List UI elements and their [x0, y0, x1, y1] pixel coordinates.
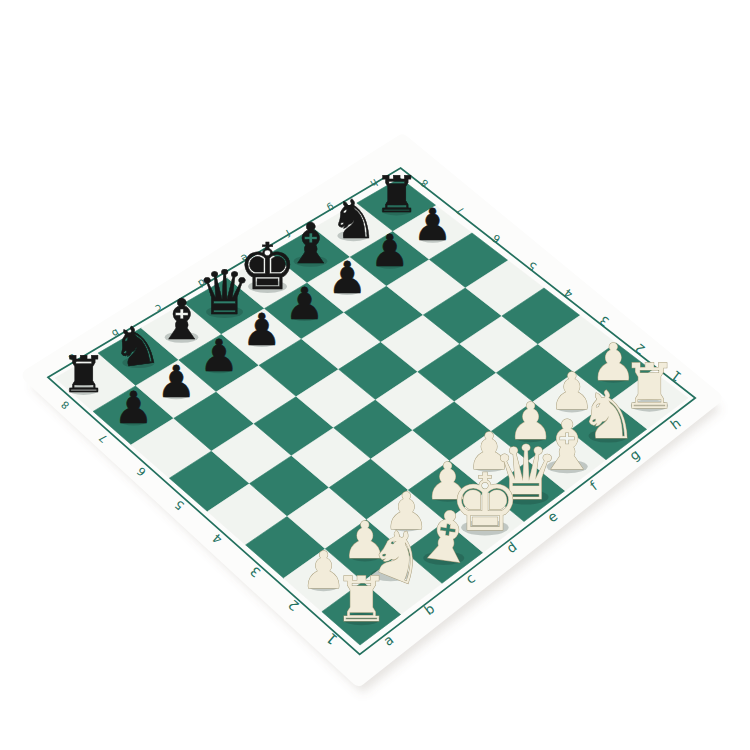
chess-set-product-photo: aa88bb77cc66dd55ee44ff33gg22hh11 ♜♞♟♝♟♚♟… [0, 0, 750, 750]
piece-black-pawn-h7[interactable]: ♟ [413, 199, 453, 250]
piece-black-pawn-f7[interactable]: ♟ [327, 252, 367, 303]
piece-black-rook-a8[interactable]: ♜ [61, 345, 106, 404]
chess-board: aa88bb77cc66dd55ee44ff33gg22hh11 ♜♞♟♝♟♚♟… [0, 0, 750, 750]
piece-white-rook-a1[interactable]: ♜ [334, 564, 389, 636]
piece-black-pawn-b7[interactable]: ♟ [156, 356, 196, 407]
piece-black-pawn-d7[interactable]: ♟ [242, 304, 282, 355]
piece-black-pawn-a7[interactable]: ♟ [114, 382, 154, 433]
piece-black-pawn-g7[interactable]: ♟ [370, 225, 410, 276]
piece-black-pawn-e7[interactable]: ♟ [285, 278, 325, 329]
piece-black-pawn-c7[interactable]: ♟ [199, 330, 239, 381]
